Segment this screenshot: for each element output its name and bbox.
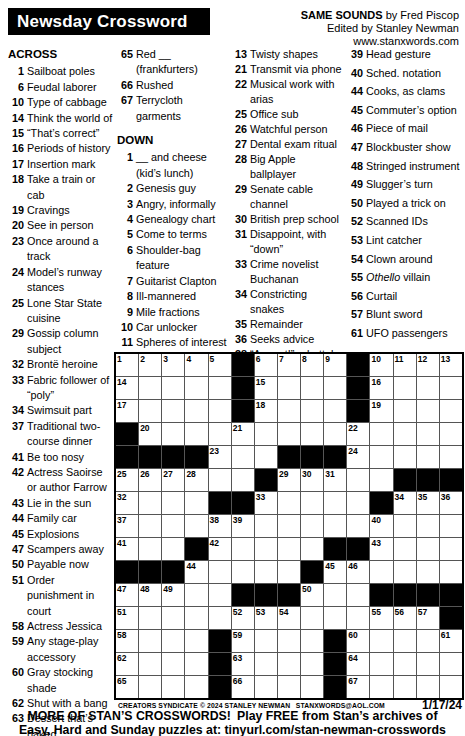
grid-cell-r12c2[interactable] [139, 607, 161, 629]
clue-text: Scanned IDs [366, 214, 463, 229]
clue-number: 34 [231, 287, 247, 317]
grid-cell-r1c10[interactable]: 9 [324, 354, 346, 376]
grid-cell-r5c11[interactable]: 24 [347, 446, 369, 468]
clue-number: 45 [8, 527, 24, 542]
grid-cell-r12c12[interactable]: 55 [370, 607, 392, 629]
grid-cell-r15c15[interactable] [440, 676, 462, 698]
grid-cell-r15c12[interactable] [370, 676, 392, 698]
clue-text: Family car [27, 511, 113, 526]
clue-text: Payable now [27, 557, 113, 572]
down-clue-46: 46Piece of mail [347, 121, 463, 136]
grid-cell-r7c13[interactable]: 34 [394, 492, 416, 514]
grid-cell-r13c11[interactable]: 60 [347, 630, 369, 652]
grid-cell-r10c12[interactable] [370, 561, 392, 583]
grid-cell-r4c14[interactable] [417, 423, 439, 445]
cell-number: 65 [117, 676, 126, 686]
grid-cell-r15c13[interactable] [394, 676, 416, 698]
grid-cell-r8c8[interactable] [278, 515, 300, 537]
grid-cell-r8c7[interactable] [255, 515, 277, 537]
down-clue-34: 34Constricting snakes [231, 287, 344, 317]
grid-cell-r13c8[interactable] [278, 630, 300, 652]
grid-cell-r13c9[interactable] [301, 630, 323, 652]
grid-cell-r13c7[interactable] [255, 630, 277, 652]
grid-cell-r12c10[interactable] [324, 607, 346, 629]
grid-cell-r3c13[interactable] [394, 400, 416, 422]
down-clue-22: 22Musical work with arias [231, 77, 344, 107]
grid-cell-r12c13[interactable]: 56 [394, 607, 416, 629]
grid-cell-r12c7[interactable]: 53 [255, 607, 277, 629]
grid-cell-r5c7[interactable] [255, 446, 277, 468]
down-clue-52: 52Scanned IDs [347, 214, 463, 229]
grid-cell-r2c3[interactable] [162, 377, 184, 399]
clue-text: Musical work with arias [250, 77, 344, 107]
syndicate-credit: CREATORS SYNDICATE © 2024 STANLEY NEWMAN… [118, 702, 414, 709]
grid-cell-r15c8[interactable] [278, 676, 300, 698]
clue-number: 34 [8, 403, 24, 418]
grid-cell-r8c10[interactable] [324, 515, 346, 537]
grid-cell-r3c5[interactable] [209, 400, 231, 422]
grid-cell-r9c15[interactable] [440, 538, 462, 560]
grid-cell-r14c4[interactable] [185, 653, 207, 675]
grid-cell-r11c11[interactable] [347, 584, 369, 606]
grid-cell-r14c8[interactable] [278, 653, 300, 675]
grid-cell-r4c4[interactable] [185, 423, 207, 445]
cell-number: 11 [395, 354, 404, 364]
clue-text: Any stage-play accessory [27, 634, 113, 665]
grid-cell-r4c8[interactable] [278, 423, 300, 445]
clue-number: 59 [8, 634, 24, 665]
grid-cell-r14c11[interactable]: 64 [347, 653, 369, 675]
grid-cell-r8c5[interactable]: 38 [209, 515, 231, 537]
clue-number: 60 [8, 665, 24, 696]
cell-number: 31 [325, 469, 334, 479]
across-clue-19: 19Cravings [8, 203, 113, 218]
clue-number: 46 [347, 121, 363, 136]
cell-number: 57 [418, 607, 427, 617]
clue-text: Blockbuster show [366, 140, 463, 155]
across-clue-41: 41Be too nosy [8, 450, 113, 465]
grid-cell-r10c4[interactable]: 44 [185, 561, 207, 583]
clue-number: 31 [231, 227, 247, 257]
grid-cell-r8c6[interactable]: 39 [232, 515, 254, 537]
cell-number: 42 [210, 538, 219, 548]
grid-cell-r9c5[interactable]: 42 [209, 538, 231, 560]
grid-cell-r1c2[interactable]: 2 [139, 354, 161, 376]
grid-cell-r1c13[interactable]: 11 [394, 354, 416, 376]
grid-cell-r7c3[interactable] [162, 492, 184, 514]
grid-cell-r12c4[interactable] [185, 607, 207, 629]
grid-cell-r15c1[interactable]: 65 [116, 676, 138, 698]
grid-cell-r13c2[interactable] [139, 630, 161, 652]
clue-text: Lie in the sun [27, 496, 113, 511]
grid-cell-r11c10[interactable] [324, 584, 346, 606]
across-clue-34: 34Swimsuit part [8, 403, 113, 418]
grid-cell-r9c1[interactable]: 41 [116, 538, 138, 560]
grid-cell-r8c15[interactable] [440, 515, 462, 537]
grid-cell-r1c14[interactable]: 12 [417, 354, 439, 376]
grid-cell-r14c3[interactable] [162, 653, 184, 675]
clue-number: 18 [8, 172, 24, 203]
grid-cell-r8c13[interactable] [394, 515, 416, 537]
grid-cell-r5c5[interactable]: 23 [209, 446, 231, 468]
grid-cell-r14c14[interactable] [417, 653, 439, 675]
cell-number: 4 [186, 354, 191, 364]
grid-cell-r9c2[interactable] [139, 538, 161, 560]
grid-cell-r3c1[interactable]: 17 [116, 400, 138, 422]
clue-number: 16 [8, 141, 24, 156]
grid-cell-r4c12[interactable] [370, 423, 392, 445]
grid-cell-r11c3[interactable]: 49 [162, 584, 184, 606]
black-cell-r6c14 [417, 469, 439, 491]
cell-number: 55 [371, 607, 380, 617]
grid-cell-r7c10[interactable] [324, 492, 346, 514]
grid-cell-r3c2[interactable] [139, 400, 161, 422]
grid-cell-r12c1[interactable]: 51 [116, 607, 138, 629]
grid-cell-r7c11[interactable] [347, 492, 369, 514]
grid-cell-r2c12[interactable]: 16 [370, 377, 392, 399]
grid-cell-r7c1[interactable]: 32 [116, 492, 138, 514]
grid-cell-r13c13[interactable] [394, 630, 416, 652]
grid-cell-r4c3[interactable] [162, 423, 184, 445]
grid-cell-r3c10[interactable] [324, 400, 346, 422]
grid-cell-r13c3[interactable] [162, 630, 184, 652]
grid-cell-r1c15[interactable]: 13 [440, 354, 462, 376]
grid-cell-r11c4[interactable] [185, 584, 207, 606]
grid-cell-r10c10[interactable]: 45 [324, 561, 346, 583]
grid-cell-r14c9[interactable] [301, 653, 323, 675]
clue-number: 22 [231, 77, 247, 107]
grid-cell-r9c13[interactable] [394, 538, 416, 560]
black-cell-r2c6 [232, 377, 254, 399]
grid-cell-r4c9[interactable] [301, 423, 323, 445]
cell-number: 38 [210, 515, 219, 525]
grid-cell-r5c13[interactable] [394, 446, 416, 468]
grid-cell-r4c6[interactable]: 21 [232, 423, 254, 445]
grid-cell-r6c2[interactable]: 26 [139, 469, 161, 491]
grid-cell-r15c14[interactable] [417, 676, 439, 698]
grid-cell-r2c15[interactable] [440, 377, 462, 399]
grid-cell-r2c14[interactable] [417, 377, 439, 399]
clue-text: Swimsuit part [27, 403, 113, 418]
grid-cell-r1c4[interactable]: 4 [185, 354, 207, 376]
grid-cell-r6c5[interactable] [209, 469, 231, 491]
grid-cell-r1c3[interactable]: 3 [162, 354, 184, 376]
grid-cell-r12c9[interactable] [301, 607, 323, 629]
grid-cell-r8c9[interactable] [301, 515, 323, 537]
black-cell-r11c6 [232, 584, 254, 606]
grid-cell-r9c3[interactable] [162, 538, 184, 560]
grid-cell-r14c1[interactable]: 62 [116, 653, 138, 675]
cell-number: 46 [348, 561, 357, 571]
grid-cell-r8c2[interactable] [139, 515, 161, 537]
grid-cell-r5c14[interactable] [417, 446, 439, 468]
grid-cell-r2c9[interactable] [301, 377, 323, 399]
clue-text: Lone Star State cuisine [27, 296, 113, 327]
grid-cell-r8c4[interactable] [185, 515, 207, 537]
grid-cell-r13c1[interactable]: 58 [116, 630, 138, 652]
grid-cell-r5c15[interactable] [440, 446, 462, 468]
down-clue-45: 45Commuter’s option [347, 103, 463, 118]
down-clue-39: 39Head gesture [347, 47, 463, 62]
black-cell-r11c13 [394, 584, 416, 606]
grid-cell-r1c5[interactable]: 5 [209, 354, 231, 376]
grid-cell-r2c10[interactable] [324, 377, 346, 399]
across-clue-45: 45Explosions [8, 527, 113, 542]
grid-cell-r9c6[interactable] [232, 538, 254, 560]
grid-cell-r9c7[interactable] [255, 538, 277, 560]
grid-cell-r9c8[interactable] [278, 538, 300, 560]
cell-number: 52 [233, 607, 242, 617]
grid-cell-r12c14[interactable]: 57 [417, 607, 439, 629]
grid-cell-r3c7[interactable]: 18 [255, 400, 277, 422]
grid-cell-r1c9[interactable]: 8 [301, 354, 323, 376]
grid-cell-r9c12[interactable]: 43 [370, 538, 392, 560]
clue-number: 54 [347, 252, 363, 267]
grid-cell-r4c2[interactable]: 20 [139, 423, 161, 445]
cell-number: 1 [117, 354, 122, 364]
across-clue-29: 29Gossip column subject [8, 326, 113, 357]
grid-cell-r2c5[interactable] [209, 377, 231, 399]
grid-cell-r12c6[interactable]: 52 [232, 607, 254, 629]
down-clue-25: 25Office sub [231, 107, 344, 122]
grid-cell-r14c15[interactable] [440, 653, 462, 675]
grid-cell-r7c8[interactable] [278, 492, 300, 514]
grid-cell-r3c4[interactable] [185, 400, 207, 422]
cell-number: 5 [210, 354, 215, 364]
grid-cell-r14c2[interactable] [139, 653, 161, 675]
grid-cell-r6c10[interactable]: 31 [324, 469, 346, 491]
down-clue-1: 1__ and cheese (kid’s lunch) [117, 150, 228, 181]
across-clue-24: 24Model’s runway stances [8, 265, 113, 296]
black-cell-r10c3 [162, 561, 184, 583]
grid-cell-r14c13[interactable] [394, 653, 416, 675]
clue-text: Remainder [250, 317, 344, 332]
grid-cell-r6c9[interactable]: 30 [301, 469, 323, 491]
clue-text: Lint catcher [366, 233, 463, 248]
grid-cell-r11c5[interactable] [209, 584, 231, 606]
down-clue-53: 53Lint catcher [347, 233, 463, 248]
clue-number: 1 [8, 64, 24, 79]
down-header: DOWN [117, 133, 228, 148]
cell-number: 63 [233, 653, 242, 663]
black-cell-r7c5 [209, 492, 231, 514]
grid-cell-r10c8[interactable] [278, 561, 300, 583]
cell-number: 20 [140, 423, 149, 433]
across-clue-44: 44Family car [8, 511, 113, 526]
down-clue-61: 61UFO passengers [347, 326, 463, 341]
grid-cell-r3c14[interactable] [417, 400, 439, 422]
grid-cell-r10c6[interactable] [232, 561, 254, 583]
grid-cell-r7c2[interactable] [139, 492, 161, 514]
clue-text: Curtail [366, 289, 463, 304]
grid-cell-r4c7[interactable] [255, 423, 277, 445]
grid-cell-r3c8[interactable] [278, 400, 300, 422]
clues-column-1: ACROSS 1Sailboat poles6Feudal laborer10T… [8, 47, 113, 736]
grid-cell-r5c6[interactable] [232, 446, 254, 468]
grid-cell-r2c1[interactable]: 14 [116, 377, 138, 399]
grid-cell-r15c9[interactable] [301, 676, 323, 698]
cell-number: 24 [348, 446, 357, 456]
grid-cell-r13c6[interactable]: 59 [232, 630, 254, 652]
across-clue-17: 17Insertion mark [8, 157, 113, 172]
cell-number: 9 [325, 354, 330, 364]
grid-cell-r3c9[interactable] [301, 400, 323, 422]
clue-number: 50 [347, 196, 363, 211]
grid-cell-r14c7[interactable] [255, 653, 277, 675]
clue-number: 29 [231, 182, 247, 212]
clue-text: Guitarist Clapton [136, 274, 228, 289]
grid-cell-r10c14[interactable] [417, 561, 439, 583]
clue-text: Mile fractions [136, 305, 228, 320]
grid-cell-r8c1[interactable]: 37 [116, 515, 138, 537]
cell-number: 32 [117, 492, 126, 502]
grid-cell-r15c2[interactable] [139, 676, 161, 698]
grid-cell-r10c13[interactable] [394, 561, 416, 583]
clues-column-4: 39Head gesture40Sched. notation44Cooks, … [347, 47, 463, 345]
grid-cell-r3c12[interactable]: 19 [370, 400, 392, 422]
grid-cell-r1c12[interactable]: 10 [370, 354, 392, 376]
grid-cell-r3c3[interactable] [162, 400, 184, 422]
clue-text: Commuter’s option [366, 103, 463, 118]
across-clue-18: 18Take a train or cab [8, 172, 113, 203]
grid-cell-r12c11[interactable] [347, 607, 369, 629]
grid-cell-r10c7[interactable] [255, 561, 277, 583]
grid-cell-r9c14[interactable] [417, 538, 439, 560]
grid-cell-r4c5[interactable] [209, 423, 231, 445]
grid-cell-r8c11[interactable] [347, 515, 369, 537]
grid-cell-r7c14[interactable]: 35 [417, 492, 439, 514]
clues-column-3: 13Twisty shapes21Transmit via phone22Mus… [231, 47, 344, 362]
grid-cell-r14c6[interactable]: 63 [232, 653, 254, 675]
grid-cell-r2c7[interactable]: 15 [255, 377, 277, 399]
grid-cell-r15c7[interactable] [255, 676, 277, 698]
grid-cell-r13c12[interactable] [370, 630, 392, 652]
clue-number: 9 [117, 305, 133, 320]
grid-cell-r12c5[interactable] [209, 607, 231, 629]
grid-cell-r2c2[interactable] [139, 377, 161, 399]
puzzle-author: by Fred Piscop [383, 9, 459, 21]
across-clue-59: 59Any stage-play accessory [8, 634, 113, 665]
cell-number: 13 [441, 354, 450, 364]
grid-cell-r1c8[interactable]: 7 [278, 354, 300, 376]
grid-cell-r12c8[interactable]: 54 [278, 607, 300, 629]
grid-cell-r10c15[interactable] [440, 561, 462, 583]
grid-cell-r8c14[interactable] [417, 515, 439, 537]
clue-number: 2 [117, 181, 133, 196]
grid-cell-r1c7[interactable]: 6 [255, 354, 277, 376]
black-cell-r10c2 [139, 561, 161, 583]
clue-number: 3 [117, 197, 133, 212]
down-clue-33: 33Crime novelist Buchanan [231, 257, 344, 287]
grid-cell-r6c6[interactable] [232, 469, 254, 491]
grid-cell-r6c11[interactable] [347, 469, 369, 491]
black-cell-r11c14 [417, 584, 439, 606]
clue-text: Explosions [27, 527, 113, 542]
grid-cell-r2c8[interactable] [278, 377, 300, 399]
black-cell-r14c5 [209, 653, 231, 675]
grid-cell-r8c3[interactable] [162, 515, 184, 537]
grid-cell-r9c9[interactable] [301, 538, 323, 560]
grid-cell-r7c15[interactable]: 36 [440, 492, 462, 514]
down-clues-list: 1__ and cheese (kid’s lunch)2Genesis guy… [117, 150, 228, 366]
grid-cell-r6c3[interactable]: 27 [162, 469, 184, 491]
down-clue-5: 5Come to terms [117, 227, 228, 242]
grid-cell-r15c4[interactable] [185, 676, 207, 698]
grid-cell-r11c9[interactable]: 50 [301, 584, 323, 606]
cell-number: 41 [117, 538, 126, 548]
down-clue-40: 40Sched. notation [347, 66, 463, 81]
grid-cell-r12c3[interactable] [162, 607, 184, 629]
clue-text: Disappoint, with “down” [250, 227, 344, 257]
down-clue-9: 9Mile fractions [117, 305, 228, 320]
across-clue-6: 6Feudal laborer [8, 80, 113, 95]
clue-number: 13 [231, 47, 247, 62]
grid-cell-r4c11[interactable]: 22 [347, 423, 369, 445]
across-clue-37: 37Traditional two-course dinner [8, 419, 113, 450]
crossword-grid: 1234567891011121314151617181920212223242… [114, 352, 464, 700]
grid-cell-r6c8[interactable]: 29 [278, 469, 300, 491]
grid-cell-r10c5[interactable] [209, 561, 231, 583]
clue-text: Actress Saoirse or author Farrow [27, 465, 113, 496]
grid-cell-r13c15[interactable]: 61 [440, 630, 462, 652]
grid-cell-r7c7[interactable]: 33 [255, 492, 277, 514]
grid-cell-r15c11[interactable]: 67 [347, 676, 369, 698]
cell-number: 62 [117, 653, 126, 663]
clue-text: Seeks advice [250, 332, 344, 347]
grid-cell-r7c9[interactable] [301, 492, 323, 514]
grid-cell-r6c12[interactable] [370, 469, 392, 491]
clue-number: 49 [347, 177, 363, 192]
clue-text: Scampers away [27, 542, 113, 557]
grid-cell-r4c15[interactable] [440, 423, 462, 445]
grid-cell-r13c14[interactable] [417, 630, 439, 652]
down-clue-2: 2Genesis guy [117, 181, 228, 196]
clue-text: Be too nosy [27, 450, 113, 465]
clue-text: Genealogy chart [136, 212, 228, 227]
down-clue-44: 44Cooks, as clams [347, 84, 463, 99]
clue-text: Gray stocking shade [27, 665, 113, 696]
promo-line-2: Easy, Hard and Sunday puzzles at: tinyur… [0, 724, 465, 736]
cell-number: 23 [210, 446, 219, 456]
grid-cell-r13c4[interactable] [185, 630, 207, 652]
grid-cell-r8c12[interactable]: 40 [370, 515, 392, 537]
grid-cell-r5c12[interactable] [370, 446, 392, 468]
across-clue-67: 67Terrycloth garments [117, 93, 228, 124]
grid-cell-r7c4[interactable] [185, 492, 207, 514]
grid-cell-r15c3[interactable] [162, 676, 184, 698]
grid-cell-r1c1[interactable]: 1 [116, 354, 138, 376]
clue-number: 53 [347, 233, 363, 248]
cell-number: 8 [302, 354, 307, 364]
grid-cell-r4c13[interactable] [394, 423, 416, 445]
grid-cell-r6c4[interactable]: 28 [185, 469, 207, 491]
grid-cell-r11c1[interactable]: 47 [116, 584, 138, 606]
grid-cell-r2c13[interactable] [394, 377, 416, 399]
grid-cell-r10c11[interactable]: 46 [347, 561, 369, 583]
grid-cell-r14c12[interactable] [370, 653, 392, 675]
clue-number: 42 [8, 465, 24, 496]
cell-number: 3 [163, 354, 168, 364]
grid-cell-r6c1[interactable]: 25 [116, 469, 138, 491]
grid-cell-r11c2[interactable]: 48 [139, 584, 161, 606]
clue-text: Blunt sword [366, 307, 463, 322]
clue-text: Big Apple ballplayer [250, 152, 344, 182]
grid-cell-r4c10[interactable] [324, 423, 346, 445]
cell-number: 37 [117, 515, 126, 525]
grid-cell-r2c4[interactable] [185, 377, 207, 399]
grid-cell-r15c6[interactable]: 66 [232, 676, 254, 698]
grid-cell-r3c15[interactable] [440, 400, 462, 422]
